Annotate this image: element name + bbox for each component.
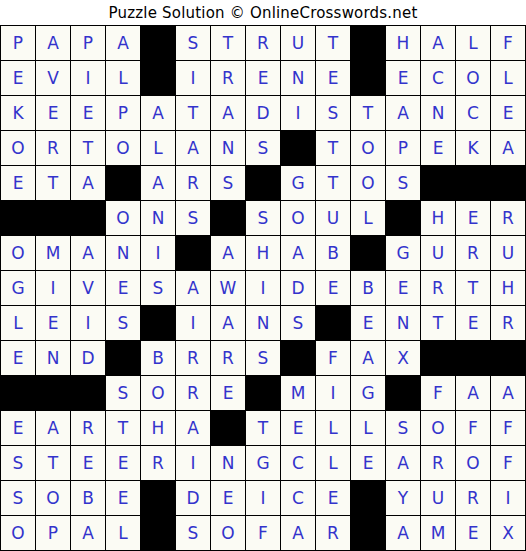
letter-cell: T: [316, 166, 350, 200]
letter-cell: S: [386, 411, 420, 445]
letter-cell: L: [491, 61, 525, 95]
letter-cell: E: [316, 271, 350, 305]
letter-cell: O: [36, 481, 70, 515]
letter-cell: R: [211, 61, 245, 95]
black-square: [36, 201, 70, 235]
letter-cell: C: [281, 481, 315, 515]
letter-cell: A: [71, 236, 105, 270]
letter-cell: R: [456, 481, 490, 515]
letter-cell: E: [456, 201, 490, 235]
letter-cell: V: [71, 271, 105, 305]
letter-cell: E: [36, 96, 70, 130]
letter-cell: L: [351, 411, 385, 445]
letter-cell: U: [421, 481, 455, 515]
letter-cell: L: [351, 201, 385, 235]
letter-cell: F: [491, 26, 525, 60]
letter-cell: A: [386, 516, 420, 550]
black-square: [141, 26, 175, 60]
letter-cell: O: [281, 201, 315, 235]
letter-cell: R: [246, 26, 280, 60]
letter-cell: E: [316, 481, 350, 515]
letter-cell: H: [141, 411, 175, 445]
letter-cell: I: [36, 271, 70, 305]
black-square: [421, 341, 455, 375]
black-square: [71, 201, 105, 235]
letter-cell: U: [316, 201, 350, 235]
black-square: [211, 201, 245, 235]
letter-cell: I: [316, 376, 350, 410]
letter-cell: S: [106, 306, 140, 340]
letter-cell: C: [421, 61, 455, 95]
letter-cell: T: [36, 166, 70, 200]
letter-cell: E: [386, 271, 420, 305]
black-square: [141, 516, 175, 550]
letter-cell: C: [281, 446, 315, 480]
letter-cell: M: [421, 516, 455, 550]
letter-cell: T: [106, 411, 140, 445]
letter-cell: H: [421, 201, 455, 235]
letter-cell: S: [1, 481, 35, 515]
letter-cell: A: [491, 376, 525, 410]
black-square: [491, 341, 525, 375]
letter-cell: I: [71, 61, 105, 95]
black-square: [246, 376, 280, 410]
letter-cell: R: [316, 516, 350, 550]
letter-cell: L: [316, 446, 350, 480]
letter-cell: A: [211, 306, 245, 340]
letter-cell: O: [456, 446, 490, 480]
letter-cell: B: [141, 341, 175, 375]
letter-cell: A: [456, 376, 490, 410]
black-square: [281, 131, 315, 165]
letter-cell: X: [491, 516, 525, 550]
letter-cell: S: [281, 306, 315, 340]
letter-cell: A: [71, 166, 105, 200]
letter-cell: A: [211, 96, 245, 130]
letter-cell: R: [491, 306, 525, 340]
letter-cell: S: [106, 376, 140, 410]
letter-cell: I: [176, 306, 210, 340]
letter-cell: R: [491, 201, 525, 235]
letter-cell: A: [71, 516, 105, 550]
letter-cell: E: [1, 61, 35, 95]
letter-cell: E: [456, 516, 490, 550]
black-square: [351, 236, 385, 270]
letter-cell: T: [71, 131, 105, 165]
letter-cell: I: [246, 271, 280, 305]
letter-cell: O: [211, 516, 245, 550]
letter-cell: E: [106, 446, 140, 480]
letter-cell: K: [1, 96, 35, 130]
letter-cell: R: [176, 166, 210, 200]
letter-cell: C: [456, 96, 490, 130]
letter-cell: P: [386, 131, 420, 165]
letter-cell: G: [386, 236, 420, 270]
letter-cell: R: [36, 131, 70, 165]
black-square: [141, 61, 175, 95]
letter-cell: N: [36, 341, 70, 375]
letter-cell: G: [281, 166, 315, 200]
letter-cell: E: [351, 306, 385, 340]
black-square: [351, 61, 385, 95]
letter-cell: L: [1, 306, 35, 340]
letter-cell: A: [211, 236, 245, 270]
letter-cell: S: [1, 446, 35, 480]
letter-cell: I: [491, 481, 525, 515]
letter-cell: E: [421, 131, 455, 165]
letter-cell: G: [246, 446, 280, 480]
black-square: [71, 376, 105, 410]
letter-cell: A: [491, 131, 525, 165]
letter-cell: S: [246, 131, 280, 165]
letter-cell: I: [71, 306, 105, 340]
letter-cell: O: [106, 201, 140, 235]
letter-cell: P: [71, 26, 105, 60]
black-square: [36, 376, 70, 410]
letter-cell: E: [351, 446, 385, 480]
letter-cell: P: [36, 516, 70, 550]
letter-cell: T: [316, 131, 350, 165]
black-square: [141, 306, 175, 340]
black-square: [351, 481, 385, 515]
black-square: [211, 411, 245, 445]
letter-cell: A: [281, 516, 315, 550]
letter-cell: L: [106, 516, 140, 550]
black-square: [246, 166, 280, 200]
letter-cell: R: [211, 341, 245, 375]
letter-cell: S: [141, 271, 175, 305]
letter-cell: E: [106, 271, 140, 305]
letter-cell: W: [211, 271, 245, 305]
black-square: [351, 26, 385, 60]
letter-cell: H: [491, 271, 525, 305]
letter-cell: V: [36, 61, 70, 95]
letter-cell: E: [386, 61, 420, 95]
letter-cell: O: [1, 236, 35, 270]
page-title: Puzzle Solution © OnlineCrosswords.net: [0, 0, 526, 25]
black-square: [281, 341, 315, 375]
letter-cell: E: [1, 411, 35, 445]
letter-cell: T: [421, 306, 455, 340]
letter-cell: E: [36, 306, 70, 340]
letter-cell: B: [351, 271, 385, 305]
black-square: [141, 481, 175, 515]
letter-cell: R: [176, 341, 210, 375]
letter-cell: T: [316, 26, 350, 60]
black-square: [386, 201, 420, 235]
letter-cell: E: [456, 306, 490, 340]
letter-cell: A: [106, 26, 140, 60]
letter-cell: M: [281, 376, 315, 410]
letter-cell: D: [281, 271, 315, 305]
letter-cell: N: [211, 131, 245, 165]
letter-cell: N: [211, 446, 245, 480]
letter-cell: N: [386, 306, 420, 340]
letter-cell: O: [456, 61, 490, 95]
letter-cell: F: [456, 411, 490, 445]
letter-cell: F: [491, 446, 525, 480]
letter-cell: A: [36, 26, 70, 60]
letter-cell: N: [281, 61, 315, 95]
letter-cell: A: [141, 96, 175, 130]
letter-cell: S: [316, 96, 350, 130]
black-square: [1, 376, 35, 410]
letter-cell: O: [421, 411, 455, 445]
black-square: [491, 166, 525, 200]
letter-cell: E: [1, 166, 35, 200]
letter-cell: H: [246, 236, 280, 270]
black-square: [456, 341, 490, 375]
letter-cell: E: [71, 96, 105, 130]
letter-cell: O: [141, 376, 175, 410]
letter-cell: N: [421, 96, 455, 130]
letter-cell: T: [456, 271, 490, 305]
letter-cell: L: [106, 61, 140, 95]
letter-cell: U: [421, 236, 455, 270]
letter-cell: A: [281, 236, 315, 270]
letter-cell: R: [176, 376, 210, 410]
letter-cell: B: [316, 236, 350, 270]
letter-cell: N: [246, 306, 280, 340]
letter-cell: S: [386, 166, 420, 200]
letter-cell: N: [141, 201, 175, 235]
letter-cell: A: [386, 96, 420, 130]
letter-cell: E: [71, 446, 105, 480]
letter-cell: H: [386, 26, 420, 60]
letter-cell: E: [211, 481, 245, 515]
letter-cell: T: [176, 96, 210, 130]
letter-cell: T: [351, 96, 385, 130]
letter-cell: F: [246, 516, 280, 550]
letter-cell: S: [176, 516, 210, 550]
letter-cell: T: [246, 411, 280, 445]
letter-cell: S: [246, 341, 280, 375]
letter-cell: L: [141, 131, 175, 165]
letter-cell: E: [491, 96, 525, 130]
letter-cell: A: [36, 411, 70, 445]
letter-cell: M: [36, 236, 70, 270]
letter-cell: B: [71, 481, 105, 515]
letter-cell: O: [106, 131, 140, 165]
letter-cell: I: [246, 481, 280, 515]
black-square: [316, 306, 350, 340]
letter-cell: L: [456, 26, 490, 60]
letter-cell: F: [421, 376, 455, 410]
letter-cell: R: [141, 446, 175, 480]
letter-cell: D: [246, 96, 280, 130]
letter-cell: A: [386, 446, 420, 480]
letter-cell: F: [316, 341, 350, 375]
crossword-grid: PAPASTRUTHALFEVILIRENEECOLKEEPATADISTANC…: [0, 25, 526, 551]
letter-cell: O: [1, 516, 35, 550]
letter-cell: S: [246, 201, 280, 235]
letter-cell: A: [141, 166, 175, 200]
letter-cell: R: [421, 446, 455, 480]
letter-cell: T: [36, 446, 70, 480]
letter-cell: D: [71, 341, 105, 375]
letter-cell: U: [281, 26, 315, 60]
letter-cell: N: [106, 236, 140, 270]
letter-cell: A: [176, 411, 210, 445]
letter-cell: I: [176, 446, 210, 480]
puzzle-page: Puzzle Solution © OnlineCrosswords.net P…: [0, 0, 526, 551]
letter-cell: I: [141, 236, 175, 270]
letter-cell: A: [176, 131, 210, 165]
letter-cell: R: [456, 236, 490, 270]
letter-cell: E: [211, 376, 245, 410]
letter-cell: A: [176, 271, 210, 305]
letter-cell: S: [211, 166, 245, 200]
black-square: [1, 201, 35, 235]
letter-cell: E: [1, 341, 35, 375]
letter-cell: K: [456, 131, 490, 165]
letter-cell: P: [106, 96, 140, 130]
letter-cell: R: [421, 271, 455, 305]
black-square: [386, 376, 420, 410]
letter-cell: A: [421, 26, 455, 60]
letter-cell: G: [351, 376, 385, 410]
letter-cell: S: [176, 201, 210, 235]
letter-cell: I: [281, 96, 315, 130]
letter-cell: E: [246, 61, 280, 95]
letter-cell: Y: [386, 481, 420, 515]
black-square: [421, 166, 455, 200]
black-square: [176, 236, 210, 270]
letter-cell: L: [316, 411, 350, 445]
letter-cell: O: [351, 166, 385, 200]
letter-cell: F: [491, 411, 525, 445]
letter-cell: T: [211, 26, 245, 60]
letter-cell: D: [176, 481, 210, 515]
letter-cell: A: [351, 341, 385, 375]
letter-cell: E: [106, 481, 140, 515]
black-square: [456, 166, 490, 200]
black-square: [106, 166, 140, 200]
black-square: [351, 516, 385, 550]
letter-cell: U: [491, 236, 525, 270]
letter-cell: O: [351, 131, 385, 165]
letter-cell: R: [71, 411, 105, 445]
letter-cell: G: [1, 271, 35, 305]
letter-cell: X: [386, 341, 420, 375]
letter-cell: O: [1, 131, 35, 165]
letter-cell: S: [176, 26, 210, 60]
letter-cell: I: [176, 61, 210, 95]
letter-cell: E: [316, 61, 350, 95]
letter-cell: P: [1, 26, 35, 60]
letter-cell: E: [281, 411, 315, 445]
black-square: [106, 341, 140, 375]
